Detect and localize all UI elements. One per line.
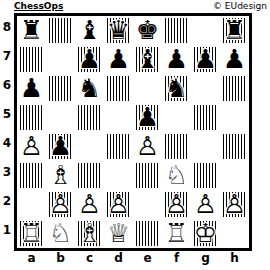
header-bar: ChessOps © EUdesign [0,0,270,13]
piece-black-pawn: ♟♟ [46,132,75,161]
square-d6 [104,74,133,103]
square-a8: ♜♜ [17,16,46,45]
square-b2: ♟♙ [46,190,75,219]
square-h8: ♜♜ [220,16,249,45]
piece-black-king: ♚♚ [133,16,162,45]
square-c1: ♝♗ [75,219,104,248]
square-f5 [162,103,191,132]
square-b7 [46,45,75,74]
square-a5 [17,103,46,132]
square-c8: ♝♝ [75,16,104,45]
piece-black-knight: ♞♞ [75,74,104,103]
piece-white-pawn: ♟♙ [162,190,191,219]
square-b3: ♝♗ [46,161,75,190]
square-a1: ♜♖ [17,219,46,248]
chessops-page: ChessOps © EUdesign 87654321 ♜♜♝♝♛♛♚♚♜♜♟… [0,0,270,270]
square-h5 [220,103,249,132]
square-a6: ♟♟ [17,74,46,103]
piece-white-queen: ♛♕ [104,219,133,248]
square-c7: ♟♟ [75,45,104,74]
square-g8 [191,16,220,45]
square-h4 [220,132,249,161]
app-title-link[interactable]: ChessOps [14,1,63,11]
square-b8 [46,16,75,45]
rank-label-4: 4 [0,129,14,158]
piece-black-pawn: ♟♟ [17,74,46,103]
piece-black-bishop: ♝♝ [75,16,104,45]
square-e8: ♚♚ [133,16,162,45]
rank-label-8: 8 [0,13,14,42]
square-b4: ♟♟ [46,132,75,161]
square-a4: ♟♙ [17,132,46,161]
rank-label-6: 6 [0,71,14,100]
square-g7: ♟♟ [191,45,220,74]
file-label-a: a [17,251,46,266]
square-f2: ♟♙ [162,190,191,219]
piece-white-pawn: ♟♙ [191,190,220,219]
square-a7 [17,45,46,74]
square-f8 [162,16,191,45]
square-h3 [220,161,249,190]
file-label-h: h [220,251,249,266]
piece-black-pawn: ♟♟ [220,45,249,74]
square-e7: ♝♝ [133,45,162,74]
piece-black-bishop: ♝♝ [133,45,162,74]
square-d5 [104,103,133,132]
file-label-f: f [162,251,191,266]
square-e4: ♟♙ [133,132,162,161]
chess-board: ♜♜♝♝♛♛♚♚♜♜♟♟♟♟♝♝♟♟♟♟♟♟♟♟♞♞♞♞♟♟♟♙♟♟♟♙♝♗♞♘… [14,13,252,251]
square-d2: ♟♙ [104,190,133,219]
square-e6 [133,74,162,103]
square-g6 [191,74,220,103]
square-d4 [104,132,133,161]
square-g4 [191,132,220,161]
square-g5 [191,103,220,132]
piece-white-bishop: ♝♗ [46,161,75,190]
piece-white-knight: ♞♘ [46,219,75,248]
square-b5 [46,103,75,132]
square-d7: ♟♟ [104,45,133,74]
square-a2 [17,190,46,219]
square-h7: ♟♟ [220,45,249,74]
file-labels: abcdefgh [17,251,270,266]
piece-black-pawn: ♟♟ [162,45,191,74]
piece-black-pawn: ♟♟ [191,45,220,74]
square-e3 [133,161,162,190]
board-area: 87654321 ♜♜♝♝♛♛♚♚♜♜♟♟♟♟♝♝♟♟♟♟♟♟♟♟♞♞♞♞♟♟♟… [0,13,270,251]
piece-white-pawn: ♟♙ [104,190,133,219]
file-label-e: e [133,251,162,266]
square-f3: ♞♘ [162,161,191,190]
square-e1 [133,219,162,248]
piece-white-king: ♚♔ [191,219,220,248]
square-h6 [220,74,249,103]
file-label-c: c [75,251,104,266]
piece-white-pawn: ♟♙ [220,190,249,219]
square-f4 [162,132,191,161]
square-g1: ♚♔ [191,219,220,248]
square-e2 [133,190,162,219]
square-g2: ♟♙ [191,190,220,219]
rank-label-3: 3 [0,158,14,187]
piece-black-pawn: ♟♟ [104,45,133,74]
piece-white-bishop: ♝♗ [75,219,104,248]
piece-black-queen: ♛♛ [104,16,133,45]
rank-label-5: 5 [0,100,14,129]
piece-white-rook: ♜♖ [162,219,191,248]
piece-black-rook: ♜♜ [17,16,46,45]
piece-white-rook: ♜♖ [17,219,46,248]
square-d1: ♛♕ [104,219,133,248]
square-c6: ♞♞ [75,74,104,103]
square-c5 [75,103,104,132]
square-d3 [104,161,133,190]
square-f7: ♟♟ [162,45,191,74]
rank-label-7: 7 [0,42,14,71]
piece-black-pawn: ♟♟ [133,103,162,132]
piece-white-pawn: ♟♙ [17,132,46,161]
piece-white-knight: ♞♘ [162,161,191,190]
square-b1: ♞♘ [46,219,75,248]
square-f1: ♜♖ [162,219,191,248]
piece-black-pawn: ♟♟ [75,45,104,74]
file-label-d: d [104,251,133,266]
square-c2: ♟♙ [75,190,104,219]
square-e5: ♟♟ [133,103,162,132]
square-c4 [75,132,104,161]
piece-white-pawn: ♟♙ [133,132,162,161]
square-f6: ♞♞ [162,74,191,103]
square-c3 [75,161,104,190]
square-d8: ♛♛ [104,16,133,45]
square-b6 [46,74,75,103]
piece-white-pawn: ♟♙ [46,190,75,219]
square-h1 [220,219,249,248]
file-label-b: b [46,251,75,266]
rank-label-2: 2 [0,187,14,216]
piece-black-rook: ♜♜ [220,16,249,45]
piece-white-pawn: ♟♙ [75,190,104,219]
square-a3 [17,161,46,190]
rank-label-1: 1 [0,216,14,245]
piece-black-knight: ♞♞ [162,74,191,103]
square-g3 [191,161,220,190]
rank-labels: 87654321 [0,13,14,245]
square-h2: ♟♙ [220,190,249,219]
file-label-g: g [191,251,220,266]
credit-text: © EUdesign [213,1,267,11]
